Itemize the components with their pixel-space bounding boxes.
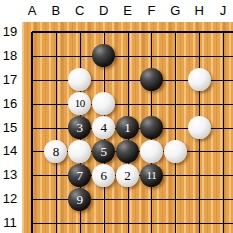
col-label-J: J (214, 3, 232, 19)
move-number: 2 (124, 169, 131, 182)
move-number: 11 (147, 170, 157, 181)
stone-H15 (188, 116, 211, 139)
go-diagram: 1034185762119 ABCDEFGHJ19181716151413121… (0, 0, 233, 233)
row-label-16: 16 (0, 96, 20, 112)
move-number: 7 (77, 169, 84, 182)
row-label-11: 11 (0, 215, 20, 231)
move-number: 6 (100, 169, 107, 182)
col-label-H: H (190, 3, 208, 19)
row-label-13: 13 (0, 167, 20, 183)
move-number: 9 (77, 193, 84, 206)
stone-E15-move-1: 1 (116, 116, 139, 139)
stone-F14 (140, 140, 163, 163)
col-label-A: A (23, 3, 41, 19)
stone-D13-move-6: 6 (92, 164, 115, 187)
move-number: 1 (124, 121, 131, 134)
stone-C12-move-9: 9 (68, 188, 91, 211)
stone-F17 (140, 68, 163, 91)
go-board[interactable]: 1034185762119 (22, 22, 233, 233)
stone-C13-move-7: 7 (68, 164, 91, 187)
row-label-12: 12 (0, 191, 20, 207)
stone-F15 (140, 116, 163, 139)
stone-D14-move-5: 5 (92, 140, 115, 163)
row-label-15: 15 (0, 120, 20, 136)
stone-G14 (164, 140, 187, 163)
col-label-C: C (71, 3, 89, 19)
stone-E13-move-2: 2 (116, 164, 139, 187)
stone-C14 (68, 140, 91, 163)
move-number: 5 (100, 145, 107, 158)
stone-E14 (116, 140, 139, 163)
stone-F13-move-11: 11 (140, 164, 163, 187)
col-label-G: G (166, 3, 184, 19)
row-label-19: 19 (0, 24, 20, 40)
move-number: 4 (100, 121, 107, 134)
stone-H17 (188, 68, 211, 91)
move-number: 8 (53, 145, 60, 158)
move-number: 3 (77, 121, 84, 134)
col-label-D: D (95, 3, 113, 19)
row-label-14: 14 (0, 143, 20, 159)
stone-D15-move-4: 4 (92, 116, 115, 139)
col-label-E: E (119, 3, 137, 19)
row-label-18: 18 (0, 48, 20, 64)
move-number: 10 (75, 98, 85, 109)
row-label-17: 17 (0, 72, 20, 88)
col-label-B: B (47, 3, 65, 19)
col-label-F: F (142, 3, 160, 19)
